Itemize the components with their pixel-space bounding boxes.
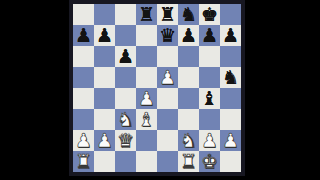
- white-king[interactable]: ♚: [199, 151, 220, 172]
- square-f7[interactable]: ♟: [178, 25, 199, 46]
- square-d6[interactable]: [136, 46, 157, 67]
- black-queen[interactable]: ♛: [157, 25, 178, 46]
- square-h2[interactable]: ♟: [220, 130, 241, 151]
- square-g6[interactable]: [199, 46, 220, 67]
- square-d5[interactable]: [136, 67, 157, 88]
- square-e1[interactable]: [157, 151, 178, 172]
- square-h5[interactable]: ♞: [220, 67, 241, 88]
- square-d4[interactable]: ♟: [136, 88, 157, 109]
- square-h8[interactable]: [220, 4, 241, 25]
- square-c1[interactable]: [115, 151, 136, 172]
- square-g2[interactable]: ♟: [199, 130, 220, 151]
- chess-board[interactable]: ♜♜♞♚♟♟♛♟♟♟♟♟♞♟♝♞♝♟♟♛♞♟♟♜♜♚: [73, 4, 241, 172]
- square-c8[interactable]: [115, 4, 136, 25]
- square-h3[interactable]: [220, 109, 241, 130]
- black-pawn[interactable]: ♟: [73, 25, 94, 46]
- square-f6[interactable]: [178, 46, 199, 67]
- black-pawn[interactable]: ♟: [220, 25, 241, 46]
- square-c3[interactable]: ♞: [115, 109, 136, 130]
- square-g5[interactable]: [199, 67, 220, 88]
- square-f1[interactable]: ♜: [178, 151, 199, 172]
- square-g4[interactable]: ♝: [199, 88, 220, 109]
- white-knight[interactable]: ♞: [115, 109, 136, 130]
- black-pawn[interactable]: ♟: [199, 25, 220, 46]
- black-pawn[interactable]: ♟: [115, 46, 136, 67]
- square-a1[interactable]: ♜: [73, 151, 94, 172]
- square-e7[interactable]: ♛: [157, 25, 178, 46]
- black-rook[interactable]: ♜: [136, 4, 157, 25]
- square-d2[interactable]: [136, 130, 157, 151]
- white-pawn[interactable]: ♟: [136, 88, 157, 109]
- square-d8[interactable]: ♜: [136, 4, 157, 25]
- square-b3[interactable]: [94, 109, 115, 130]
- square-b8[interactable]: [94, 4, 115, 25]
- white-pawn[interactable]: ♟: [94, 130, 115, 151]
- square-a2[interactable]: ♟: [73, 130, 94, 151]
- square-c2[interactable]: ♛: [115, 130, 136, 151]
- square-c7[interactable]: [115, 25, 136, 46]
- white-bishop[interactable]: ♝: [136, 109, 157, 130]
- square-b5[interactable]: [94, 67, 115, 88]
- square-f8[interactable]: ♞: [178, 4, 199, 25]
- square-c5[interactable]: [115, 67, 136, 88]
- square-d3[interactable]: ♝: [136, 109, 157, 130]
- square-a8[interactable]: [73, 4, 94, 25]
- square-g8[interactable]: ♚: [199, 4, 220, 25]
- square-b2[interactable]: ♟: [94, 130, 115, 151]
- white-pawn[interactable]: ♟: [199, 130, 220, 151]
- square-f4[interactable]: [178, 88, 199, 109]
- square-a5[interactable]: [73, 67, 94, 88]
- square-g3[interactable]: [199, 109, 220, 130]
- screen-background: ♜♜♞♚♟♟♛♟♟♟♟♟♞♟♝♞♝♟♟♛♞♟♟♜♜♚: [0, 0, 320, 180]
- white-pawn[interactable]: ♟: [220, 130, 241, 151]
- square-h1[interactable]: [220, 151, 241, 172]
- black-bishop[interactable]: ♝: [199, 88, 220, 109]
- black-rook[interactable]: ♜: [157, 4, 178, 25]
- white-pawn[interactable]: ♟: [157, 67, 178, 88]
- square-f3[interactable]: [178, 109, 199, 130]
- square-g1[interactable]: ♚: [199, 151, 220, 172]
- square-a7[interactable]: ♟: [73, 25, 94, 46]
- white-rook[interactable]: ♜: [178, 151, 199, 172]
- square-f2[interactable]: ♞: [178, 130, 199, 151]
- square-d7[interactable]: [136, 25, 157, 46]
- square-h7[interactable]: ♟: [220, 25, 241, 46]
- square-e8[interactable]: ♜: [157, 4, 178, 25]
- square-c6[interactable]: ♟: [115, 46, 136, 67]
- square-g7[interactable]: ♟: [199, 25, 220, 46]
- white-knight[interactable]: ♞: [178, 130, 199, 151]
- white-rook[interactable]: ♜: [73, 151, 94, 172]
- square-b4[interactable]: [94, 88, 115, 109]
- square-c4[interactable]: [115, 88, 136, 109]
- square-e3[interactable]: [157, 109, 178, 130]
- square-h4[interactable]: [220, 88, 241, 109]
- white-queen[interactable]: ♛: [115, 130, 136, 151]
- square-a3[interactable]: [73, 109, 94, 130]
- square-b6[interactable]: [94, 46, 115, 67]
- square-e6[interactable]: [157, 46, 178, 67]
- black-knight[interactable]: ♞: [178, 4, 199, 25]
- square-a6[interactable]: [73, 46, 94, 67]
- square-e4[interactable]: [157, 88, 178, 109]
- black-knight[interactable]: ♞: [220, 67, 241, 88]
- square-b1[interactable]: [94, 151, 115, 172]
- board-frame: ♜♜♞♚♟♟♛♟♟♟♟♟♞♟♝♞♝♟♟♛♞♟♟♜♜♚: [69, 0, 245, 176]
- square-a4[interactable]: [73, 88, 94, 109]
- square-e5[interactable]: ♟: [157, 67, 178, 88]
- black-pawn[interactable]: ♟: [94, 25, 115, 46]
- square-d1[interactable]: [136, 151, 157, 172]
- square-h6[interactable]: [220, 46, 241, 67]
- black-pawn[interactable]: ♟: [178, 25, 199, 46]
- square-f5[interactable]: [178, 67, 199, 88]
- square-b7[interactable]: ♟: [94, 25, 115, 46]
- white-pawn[interactable]: ♟: [73, 130, 94, 151]
- black-king[interactable]: ♚: [199, 4, 220, 25]
- square-e2[interactable]: [157, 130, 178, 151]
